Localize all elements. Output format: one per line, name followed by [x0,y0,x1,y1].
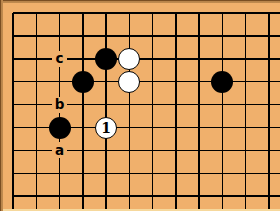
point-label-b: b [52,97,67,113]
grid-vline [152,13,154,209]
move-number: 1 [101,120,111,134]
black-stone [72,71,94,93]
board-edge-top [0,0,280,3]
goban: cba 1 [0,0,280,211]
black-stone [49,117,71,139]
grid-vline [36,13,38,209]
grid-hline [13,195,280,197]
go-diagram: cba 1 [0,0,280,211]
black-stone [211,71,233,93]
grid-hline [13,173,280,175]
grid-vline [222,13,224,209]
board-edge-left [0,0,3,211]
white-stone-move-1: 1 [95,117,117,139]
board-edge-bottom [0,209,280,211]
black-stone [95,48,117,70]
grid-hline [13,12,280,14]
point-label-a: a [52,142,67,158]
grid-vline [268,13,270,209]
white-stone [118,71,140,93]
white-stone [118,48,140,70]
grid-vline [82,13,84,209]
grid-vline [245,13,247,209]
grid-vline [129,13,131,209]
grid-vline [105,13,107,209]
grid-hline [13,35,280,37]
grid-hline [13,81,280,83]
grid-vline [12,13,14,209]
grid-vline [198,13,200,209]
point-label-c: c [52,51,67,67]
grid-vline [175,13,177,209]
